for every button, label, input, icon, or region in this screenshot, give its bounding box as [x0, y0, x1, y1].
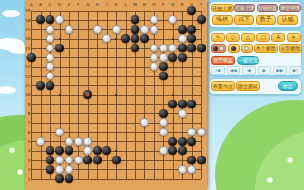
grid-line: [154, 11, 155, 179]
white-stone: [159, 118, 168, 127]
last-move-marker: [87, 93, 89, 95]
column-label: E: [66, 2, 72, 7]
black-stone: [121, 34, 130, 43]
square-mark-tool[interactable]: □: [256, 33, 270, 42]
white-stone: [55, 165, 64, 174]
white-stone: [65, 137, 74, 146]
session-button-2[interactable]: 自动挂盘: [257, 4, 279, 13]
white-stone: [55, 15, 64, 24]
row-label: 16: [25, 36, 31, 41]
black-stone: [36, 15, 45, 24]
back-1-button[interactable]: ◀: [242, 66, 256, 75]
black-stone: [187, 100, 196, 109]
black-stone: [197, 44, 206, 53]
column-label: H: [94, 2, 100, 7]
black-stone: [131, 44, 140, 53]
row-label: 7: [25, 120, 31, 125]
grid-line: [31, 123, 201, 124]
row-label: 9: [25, 102, 31, 107]
black-stone: [197, 156, 206, 165]
white-stone: [150, 15, 159, 24]
black-stone: [187, 137, 196, 146]
cloud: [0, 86, 16, 94]
white-stone: [55, 128, 64, 137]
column-label: D: [57, 2, 63, 7]
white-stone: [74, 156, 83, 165]
white-stone: [65, 156, 74, 165]
white-stone: [159, 146, 168, 155]
row-label: 4: [25, 148, 31, 153]
flower: [268, 178, 272, 182]
black-stone: [178, 53, 187, 62]
white-stone: [178, 109, 187, 118]
white-stone: [150, 25, 159, 34]
black-stone-icon: [231, 46, 236, 51]
black-stone: [46, 15, 55, 24]
black-stone: [93, 156, 102, 165]
row-label: 10: [25, 92, 31, 97]
black-stone: [83, 156, 92, 165]
black-stone: [197, 15, 206, 24]
pen-tool[interactable]: ✎: [211, 33, 225, 42]
black-stone-tool[interactable]: [228, 44, 240, 54]
black-stone: [55, 174, 64, 183]
black-stone: [102, 146, 111, 155]
back-10-button[interactable]: ◀◀: [227, 66, 241, 75]
column-label: N: [141, 2, 147, 7]
black-stone: [159, 72, 168, 81]
black-stone: [131, 15, 140, 24]
white-stone: [74, 137, 83, 146]
column-label: L: [123, 2, 129, 7]
row-label: 13: [25, 64, 31, 69]
chat-button[interactable]: 一键交流: [237, 56, 259, 65]
star-point: [172, 94, 174, 96]
letter-mark-tool[interactable]: A: [271, 33, 285, 42]
flower: [18, 170, 22, 174]
black-stone: [159, 62, 168, 71]
white-stone: [46, 34, 55, 43]
erase-button-1[interactable]: 全部擦除: [279, 44, 303, 54]
row-label: 19: [25, 8, 31, 13]
white-stone: [168, 44, 177, 53]
white-stone: [65, 165, 74, 174]
white-stone: [150, 53, 159, 62]
black-stone: [178, 137, 187, 146]
black-stone: [55, 146, 64, 155]
black-stone: [168, 137, 177, 146]
circle-mark-tool[interactable]: ○: [226, 33, 240, 42]
black-stone: [112, 156, 121, 165]
white-stone: [140, 25, 149, 34]
forward-10-button[interactable]: ▶▶: [273, 66, 287, 75]
column-label: Q: [170, 2, 176, 7]
session-button-0[interactable]: 开始上课: [211, 4, 234, 13]
white-stone: [46, 72, 55, 81]
black-stone: [178, 146, 187, 155]
white-stone-icon: [219, 46, 224, 51]
black-stone: [178, 25, 187, 34]
white-stone: [159, 53, 168, 62]
black-stone: [187, 156, 196, 165]
grid-line: [201, 11, 202, 179]
white-stone: [197, 128, 206, 137]
black-stone: [46, 165, 55, 174]
black-stone: [65, 146, 74, 155]
game-button-2[interactable]: 数子: [256, 15, 277, 25]
triangle-mark-tool[interactable]: △: [241, 33, 255, 42]
white-stone: [46, 62, 55, 71]
row-label: 15: [25, 46, 31, 51]
column-label: B: [38, 2, 44, 7]
black-stone: [55, 44, 64, 53]
black-stone-icon: [213, 46, 218, 51]
black-stone: [178, 44, 187, 53]
black-stone: [187, 25, 196, 34]
black-stone: [187, 44, 196, 53]
column-label: K: [113, 2, 119, 7]
column-label: R: [179, 2, 185, 7]
column-label: O: [151, 2, 157, 7]
black-stone: [27, 53, 36, 62]
white-stone: [178, 165, 187, 174]
cloud: [2, 10, 20, 17]
white-stone: [187, 128, 196, 137]
row-label: 18: [25, 18, 31, 23]
flower: [288, 158, 292, 162]
alternate-stone-tool[interactable]: [211, 44, 226, 54]
erase-button-0[interactable]: 单个擦除: [254, 44, 278, 54]
game-button-0[interactable]: 悔棋: [212, 15, 233, 25]
row-label: 17: [25, 27, 31, 32]
homework-button-0[interactable]: 布置作业: [211, 81, 235, 91]
clear-board-button[interactable]: 清空棋盘: [211, 56, 235, 65]
white-stone: [55, 156, 64, 165]
white-stone: [46, 53, 55, 62]
row-label: 12: [25, 74, 31, 79]
white-stone: [46, 44, 55, 53]
white-stone: [112, 25, 121, 34]
white-stone: [168, 15, 177, 24]
white-stone-tool[interactable]: [241, 44, 253, 54]
star-point: [115, 38, 117, 40]
row-label: 3: [25, 158, 31, 163]
column-label: P: [160, 2, 166, 7]
grid-line: [31, 113, 201, 114]
black-stone: [187, 34, 196, 43]
game-button-3[interactable]: 认输: [277, 15, 298, 25]
row-label: 1: [25, 177, 31, 182]
star-point: [115, 150, 117, 152]
black-stone: [187, 6, 196, 15]
white-stone: [140, 118, 149, 127]
white-stone: [159, 44, 168, 53]
white-stone: [93, 25, 102, 34]
game-button-1[interactable]: 试下: [234, 15, 255, 25]
white-stone: [187, 165, 196, 174]
white-stone: [102, 34, 111, 43]
homework-button-1[interactable]: 随堂测试: [236, 81, 260, 91]
column-label: G: [85, 2, 91, 7]
star-point: [115, 94, 117, 96]
app-window: ABCDEFGHIKLMNOPQRST191817161514131211109…: [0, 0, 304, 190]
star-point: [59, 94, 61, 96]
white-stone: [83, 146, 92, 155]
white-stone: [159, 128, 168, 137]
black-stone: [46, 146, 55, 155]
row-label: 5: [25, 139, 31, 144]
go-to-end-button[interactable]: ▶|: [289, 66, 303, 75]
white-stone: [36, 137, 45, 146]
black-stone: [168, 53, 177, 62]
black-stone: [65, 174, 74, 183]
white-stone: [65, 25, 74, 34]
column-label: I: [104, 2, 110, 7]
black-stone: [140, 34, 149, 43]
white-stone: [150, 44, 159, 53]
black-stone: [36, 81, 45, 90]
row-label: 6: [25, 130, 31, 135]
row-label: 11: [25, 83, 31, 88]
go-to-start-button[interactable]: |◀: [211, 66, 225, 75]
session-button-3[interactable]: 课堂管理: [279, 4, 301, 13]
black-stone: [168, 100, 177, 109]
black-stone: [131, 25, 140, 34]
column-label: T: [198, 2, 204, 7]
column-label: M: [132, 2, 138, 7]
row-label: 2: [25, 167, 31, 172]
black-stone: [46, 81, 55, 90]
white-stone-icon: [244, 46, 249, 51]
black-stone: [46, 156, 55, 165]
black-stone: [168, 146, 177, 155]
black-stone: [131, 34, 140, 43]
column-label: C: [47, 2, 53, 7]
session-button-1[interactable]: 结束上课: [234, 4, 256, 13]
black-stone: [159, 109, 168, 118]
go-board[interactable]: ABCDEFGHIKLMNOPQRST191817161514131211109…: [25, 0, 207, 190]
black-stone: [93, 146, 102, 155]
forward-1-button[interactable]: ▶: [258, 66, 272, 75]
white-stone: [83, 137, 92, 146]
white-stone: [150, 62, 159, 71]
white-stone: [46, 25, 55, 34]
flower: [10, 148, 14, 152]
row-label: 8: [25, 111, 31, 116]
star-point: [59, 38, 61, 40]
collapse-button[interactable]: 收起: [278, 81, 298, 91]
column-label: F: [75, 2, 81, 7]
column-label: A: [28, 2, 34, 7]
star-point: [172, 38, 174, 40]
black-stone: [178, 100, 187, 109]
cross-mark-tool[interactable]: ✕: [287, 33, 301, 42]
white-stone: [178, 34, 187, 43]
